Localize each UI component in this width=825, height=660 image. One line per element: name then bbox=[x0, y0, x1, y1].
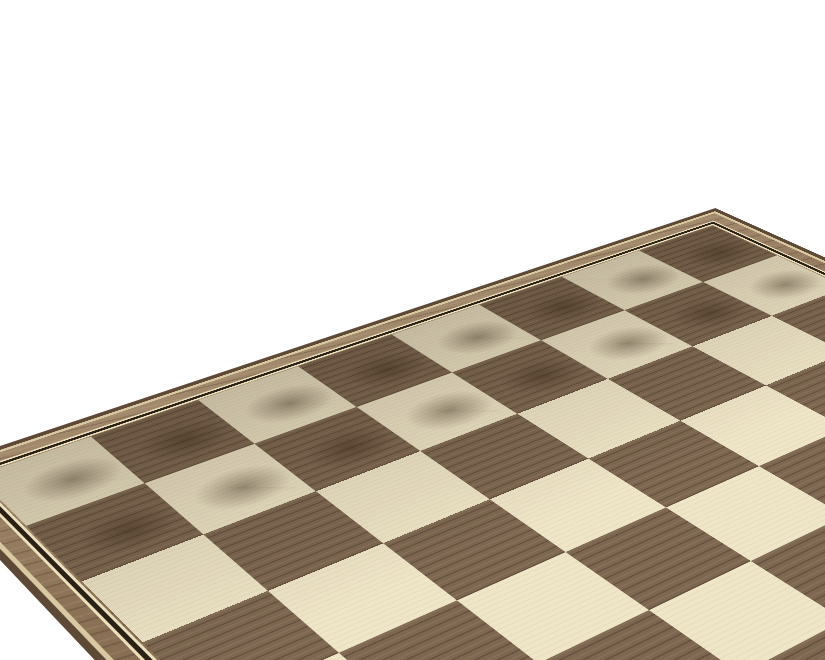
pawn-glyph: ♟ bbox=[16, 301, 214, 561]
product-photo: ♜♞♝♚♛♝♞♜♟♟♟♟♟♟♟♟ bbox=[0, 0, 825, 660]
chessboard-grid: ♜♞♝♚♛♝♞♜♟♟♟♟♟♟♟♟ bbox=[0, 226, 825, 660]
chessboard: ♜♞♝♚♛♝♞♜♟♟♟♟♟♟♟♟ bbox=[0, 208, 825, 660]
